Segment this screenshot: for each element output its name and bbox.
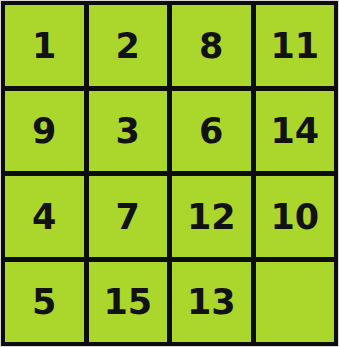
tile-13[interactable]: 13 [172,262,251,343]
tile-1[interactable]: 1 [5,5,84,86]
tile-10[interactable]: 10 [256,176,335,257]
tile-8-label: 8 [199,29,223,64]
tile-11[interactable]: 11 [256,5,335,86]
tile-6[interactable]: 6 [172,91,251,172]
tile-4[interactable]: 4 [5,176,84,257]
tile-9[interactable]: 9 [5,91,84,172]
tile-2[interactable]: 2 [89,5,168,86]
tile-15[interactable]: 15 [89,262,168,343]
tile-9-label: 9 [32,114,56,149]
tile-1-label: 1 [32,29,56,64]
tile-3[interactable]: 3 [89,91,168,172]
tile-12[interactable]: 12 [172,176,251,257]
tile-6-label: 6 [199,114,223,149]
tile-12-label: 12 [187,200,236,235]
fifteen-puzzle-board: 1 2 8 11 9 3 6 14 4 7 12 10 5 15 13 [0,0,339,347]
tile-3-label: 3 [116,114,140,149]
tile-2-label: 2 [116,29,140,64]
tile-15-label: 15 [103,285,152,320]
tile-11-label: 11 [270,29,319,64]
tile-7-label: 7 [116,200,140,235]
empty-cell [256,262,335,343]
tile-10-label: 10 [270,200,319,235]
puzzle-board-wrapper: 1 2 8 11 9 3 6 14 4 7 12 10 5 15 13 [0,0,339,347]
tile-5-label: 5 [32,285,56,320]
tile-8[interactable]: 8 [172,5,251,86]
tile-14[interactable]: 14 [256,91,335,172]
tile-14-label: 14 [270,114,319,149]
tile-4-label: 4 [32,200,56,235]
tile-13-label: 13 [187,285,236,320]
tile-5[interactable]: 5 [5,262,84,343]
tile-7[interactable]: 7 [89,176,168,257]
